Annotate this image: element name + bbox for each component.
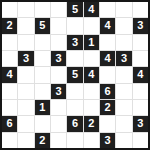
- cell-r0-c6[interactable]: [100, 2, 115, 17]
- clue-cell-r3-c3: 3: [51, 51, 66, 66]
- cell-r8-c4[interactable]: [67, 133, 82, 148]
- clue-cell-r5-c6: 6: [100, 84, 115, 99]
- clue-cell-r2-c4: 3: [67, 35, 82, 50]
- cell-r6-c0[interactable]: [2, 100, 17, 115]
- clue-cell-r4-c0: 4: [2, 67, 17, 82]
- clue-cell-r3-c6: 4: [100, 51, 115, 66]
- cell-r5-c7[interactable]: [116, 84, 131, 99]
- cell-r0-c8[interactable]: [133, 2, 148, 17]
- clue-cell-r3-c1: 3: [18, 51, 33, 66]
- cell-r0-c0[interactable]: [2, 2, 17, 17]
- cell-r1-c4[interactable]: [67, 18, 82, 33]
- cell-r2-c1[interactable]: [18, 35, 33, 50]
- cell-r0-c3[interactable]: [51, 2, 66, 17]
- cell-r2-c0[interactable]: [2, 35, 17, 50]
- cell-r5-c2[interactable]: [35, 84, 50, 99]
- cell-r4-c1[interactable]: [18, 67, 33, 82]
- cell-r8-c7[interactable]: [116, 133, 131, 148]
- clue-cell-r7-c8: 3: [133, 116, 148, 131]
- clue-cell-r7-c5: 2: [84, 116, 99, 131]
- clue-cell-r1-c0: 2: [2, 18, 17, 33]
- cell-r1-c7[interactable]: [116, 18, 131, 33]
- cell-r8-c1[interactable]: [18, 133, 33, 148]
- cell-r1-c1[interactable]: [18, 18, 33, 33]
- cell-r6-c5[interactable]: [84, 100, 99, 115]
- cell-r4-c2[interactable]: [35, 67, 50, 82]
- cell-r7-c2[interactable]: [35, 116, 50, 131]
- cell-r0-c1[interactable]: [18, 2, 33, 17]
- clue-cell-r8-c6: 3: [100, 133, 115, 148]
- cell-r5-c4[interactable]: [67, 84, 82, 99]
- cell-r5-c5[interactable]: [84, 84, 99, 99]
- clue-cell-r7-c4: 6: [67, 116, 82, 131]
- cell-r2-c7[interactable]: [116, 35, 131, 50]
- cell-r7-c1[interactable]: [18, 116, 33, 131]
- cell-r4-c7[interactable]: [116, 67, 131, 82]
- cell-r3-c0[interactable]: [2, 51, 17, 66]
- cell-r6-c3[interactable]: [51, 100, 66, 115]
- clue-cell-r8-c2: 2: [35, 133, 50, 148]
- cell-r8-c3[interactable]: [51, 133, 66, 148]
- cell-r5-c0[interactable]: [2, 84, 17, 99]
- cell-r1-c3[interactable]: [51, 18, 66, 33]
- clue-cell-r2-c5: 1: [84, 35, 99, 50]
- clue-cell-r4-c4: 5: [67, 67, 82, 82]
- cell-r3-c5[interactable]: [84, 51, 99, 66]
- cell-r7-c6[interactable]: [100, 116, 115, 131]
- cell-r8-c0[interactable]: [2, 133, 17, 148]
- cell-r6-c8[interactable]: [133, 100, 148, 115]
- cell-r0-c2[interactable]: [35, 2, 50, 17]
- cell-r2-c6[interactable]: [100, 35, 115, 50]
- clue-cell-r3-c7: 3: [116, 51, 131, 66]
- cell-r7-c3[interactable]: [51, 116, 66, 131]
- cell-r1-c5[interactable]: [84, 18, 99, 33]
- clue-cell-r7-c0: 6: [2, 116, 17, 131]
- cell-r4-c3[interactable]: [51, 67, 66, 82]
- clue-cell-r0-c5: 4: [84, 2, 99, 17]
- puzzle-board: 54254331334345443612662323: [0, 0, 150, 150]
- cell-r8-c5[interactable]: [84, 133, 99, 148]
- cell-r7-c7[interactable]: [116, 116, 131, 131]
- clue-cell-r6-c6: 2: [100, 100, 115, 115]
- cell-r0-c7[interactable]: [116, 2, 131, 17]
- clue-cell-r4-c5: 4: [84, 67, 99, 82]
- cell-r2-c2[interactable]: [35, 35, 50, 50]
- clue-cell-r1-c2: 5: [35, 18, 50, 33]
- cell-r6-c1[interactable]: [18, 100, 33, 115]
- cell-r3-c8[interactable]: [133, 51, 148, 66]
- cell-r6-c7[interactable]: [116, 100, 131, 115]
- cell-r8-c8[interactable]: [133, 133, 148, 148]
- clue-cell-r6-c2: 1: [35, 100, 50, 115]
- cell-r2-c8[interactable]: [133, 35, 148, 50]
- clue-cell-r5-c3: 3: [51, 84, 66, 99]
- cell-r3-c2[interactable]: [35, 51, 50, 66]
- cell-r2-c3[interactable]: [51, 35, 66, 50]
- cell-r5-c8[interactable]: [133, 84, 148, 99]
- cell-r6-c4[interactable]: [67, 100, 82, 115]
- cell-r5-c1[interactable]: [18, 84, 33, 99]
- clue-cell-r1-c6: 4: [100, 18, 115, 33]
- cell-r4-c6[interactable]: [100, 67, 115, 82]
- clue-cell-r0-c4: 5: [67, 2, 82, 17]
- clue-cell-r4-c8: 4: [133, 67, 148, 82]
- clue-cell-r1-c8: 3: [133, 18, 148, 33]
- cell-r3-c4[interactable]: [67, 51, 82, 66]
